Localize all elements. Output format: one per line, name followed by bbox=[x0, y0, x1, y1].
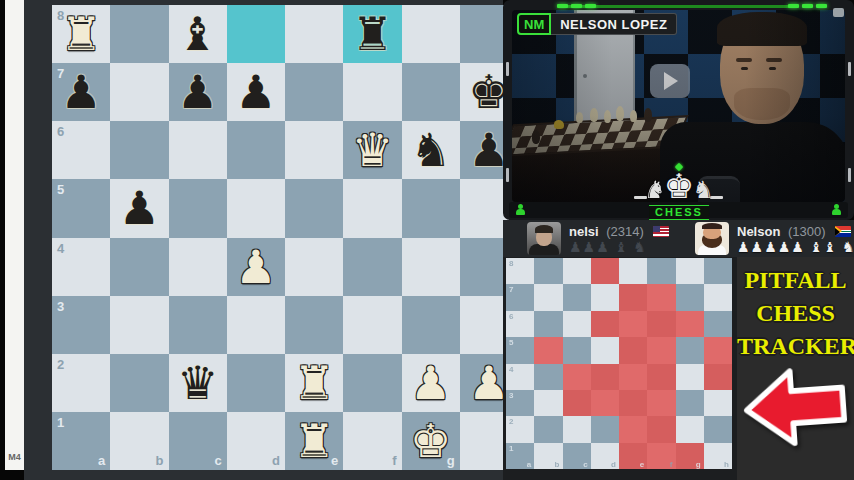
main-chess-board[interactable]: 8♜♝♜7♟♟♟♚6♛♞♟5♟4♟32♛♜♟♟1abcde♜fg♚h bbox=[52, 5, 518, 470]
black-player-row: Nelson (1300) bbox=[737, 224, 851, 239]
rank-label: 4 bbox=[509, 365, 513, 374]
captured-p-icon: ♟ bbox=[751, 239, 765, 255]
led-dash bbox=[802, 4, 813, 8]
white-q-piece-f6[interactable]: ♛ bbox=[343, 121, 401, 179]
captured-p-icon: ♟ bbox=[737, 239, 751, 255]
main-square-g7[interactable] bbox=[402, 63, 460, 121]
main-square-e2[interactable]: ♜ bbox=[285, 354, 343, 412]
main-square-b6[interactable] bbox=[110, 121, 168, 179]
file-label: h bbox=[724, 460, 729, 469]
chess-club-logo: ♞ ♞ ♚ CHESS bbox=[642, 158, 716, 220]
rank-label: 6 bbox=[509, 312, 513, 321]
black-p-piece-c7[interactable]: ♟ bbox=[169, 63, 227, 121]
captured-p-icon: ♟ bbox=[764, 239, 778, 255]
main-square-g6[interactable]: ♞ bbox=[402, 121, 460, 179]
main-square-g4[interactable] bbox=[402, 238, 460, 296]
tracker-square-f8 bbox=[647, 258, 675, 284]
left-arrow-icon bbox=[740, 359, 850, 454]
main-square-g3[interactable] bbox=[402, 296, 460, 354]
tracker-square-d1: d bbox=[591, 443, 619, 469]
frame-mark bbox=[848, 168, 851, 182]
tracker-square-e4 bbox=[619, 364, 647, 390]
captured-n-icon: ♞ bbox=[842, 239, 854, 255]
main-square-d1[interactable]: d bbox=[227, 412, 285, 470]
main-square-d2[interactable] bbox=[227, 354, 285, 412]
white-player-name[interactable]: nelsi bbox=[569, 224, 599, 239]
tracker-square-d2 bbox=[591, 416, 619, 442]
tracker-square-e8 bbox=[619, 258, 647, 284]
webcam-panel: NM NELSON LOPEZ ♞ ♞ ♚ CHESS bbox=[503, 0, 854, 220]
main-square-d3[interactable] bbox=[227, 296, 285, 354]
file-label: d bbox=[272, 453, 280, 468]
tracker-square-c6 bbox=[563, 311, 591, 337]
board-frame: 8♜♝♜7♟♟♟♚6♛♞♟5♟4♟32♛♜♟♟1abcde♜fg♚h bbox=[24, 0, 503, 480]
tracker-square-a6: 6 bbox=[506, 311, 534, 337]
avatar-hair bbox=[535, 225, 553, 233]
tracker-square-e7 bbox=[619, 284, 647, 310]
tracker-square-c7 bbox=[563, 284, 591, 310]
main-square-c6[interactable] bbox=[169, 121, 227, 179]
main-square-a3[interactable]: 3 bbox=[52, 296, 110, 354]
tracker-square-f3 bbox=[647, 390, 675, 416]
streamer-name: NELSON LOPEZ bbox=[551, 13, 677, 35]
black-player-rating: (1300) bbox=[788, 224, 826, 239]
tracker-square-f2 bbox=[647, 416, 675, 442]
caption-line-2: CHESS bbox=[737, 297, 854, 330]
frame-mark bbox=[848, 62, 851, 76]
tracker-square-f4 bbox=[647, 364, 675, 390]
tracker-square-h5 bbox=[704, 337, 732, 363]
caption-line-3: TRACKER bbox=[737, 330, 854, 363]
avatar-white-player[interactable] bbox=[527, 222, 561, 255]
black-p-piece-b5[interactable]: ♟ bbox=[110, 179, 168, 237]
main-square-f8[interactable]: ♜ bbox=[343, 5, 401, 63]
rank-label: 5 bbox=[509, 338, 513, 347]
caption-line-1: PITFALL bbox=[737, 264, 854, 297]
title-badge: NM NELSON LOPEZ bbox=[517, 13, 677, 35]
captured-b-icon: ♝ bbox=[810, 239, 824, 255]
tracker-square-c1: c bbox=[563, 443, 591, 469]
avatar-hair bbox=[702, 223, 722, 229]
pitfall-tracker-board: 87654321abcdefgh bbox=[506, 258, 732, 469]
file-label: b bbox=[156, 453, 164, 468]
tracker-square-d4 bbox=[591, 364, 619, 390]
king-icon: ♚ bbox=[642, 166, 716, 206]
led-strip bbox=[565, 5, 791, 8]
main-square-f1[interactable]: f bbox=[343, 412, 401, 470]
us-flag-icon bbox=[653, 226, 669, 237]
black-b-piece-c8[interactable]: ♝ bbox=[169, 5, 227, 63]
tracker-square-e3 bbox=[619, 390, 647, 416]
tracker-square-c8 bbox=[563, 258, 591, 284]
tracker-square-b7 bbox=[534, 284, 562, 310]
main-square-a2[interactable]: 2 bbox=[52, 354, 110, 412]
players-bar: nelsi (2314) ♟♟♟♝♞ Nelson (1300) ♟♟♟♟♟♝♝… bbox=[503, 220, 854, 257]
white-p-piece-g2[interactable]: ♟ bbox=[402, 354, 460, 412]
tracker-square-d7 bbox=[591, 284, 619, 310]
tracker-square-h6 bbox=[704, 311, 732, 337]
main-square-g8[interactable] bbox=[402, 5, 460, 63]
rank-label: 8 bbox=[509, 259, 513, 268]
rank-label: 1 bbox=[57, 415, 64, 430]
file-label: b bbox=[555, 460, 560, 469]
tracker-square-c3 bbox=[563, 390, 591, 416]
nm-title: NM bbox=[517, 13, 551, 35]
captured-p-icon: ♟ bbox=[791, 239, 805, 255]
viewer-icon bbox=[831, 204, 842, 216]
main-square-f2[interactable] bbox=[343, 354, 401, 412]
tracker-square-b4 bbox=[534, 364, 562, 390]
main-square-d4[interactable]: ♟ bbox=[227, 238, 285, 296]
tracker-square-h8 bbox=[704, 258, 732, 284]
rank-label: 3 bbox=[509, 391, 513, 400]
file-label: f bbox=[670, 460, 673, 469]
main-square-g5[interactable] bbox=[402, 179, 460, 237]
tracker-square-g1: g bbox=[676, 443, 704, 469]
tracker-square-g7 bbox=[676, 284, 704, 310]
logo-text: CHESS bbox=[649, 205, 709, 220]
file-label: a bbox=[527, 460, 531, 469]
white-player-rating: (2314) bbox=[606, 224, 644, 239]
file-label: g bbox=[696, 460, 701, 469]
main-square-c7[interactable]: ♟ bbox=[169, 63, 227, 121]
camera-icon bbox=[833, 8, 844, 17]
main-square-b3[interactable] bbox=[110, 296, 168, 354]
black-p-piece-d7[interactable]: ♟ bbox=[227, 63, 285, 121]
black-q-piece-c2[interactable]: ♛ bbox=[169, 354, 227, 412]
frame-mark bbox=[506, 168, 509, 182]
main-square-f4[interactable] bbox=[343, 238, 401, 296]
rank-label: 2 bbox=[509, 417, 513, 426]
tracker-square-a5: 5 bbox=[506, 337, 534, 363]
tracker-square-a4: 4 bbox=[506, 364, 534, 390]
avatar-black-player[interactable] bbox=[695, 222, 729, 255]
main-square-d7[interactable]: ♟ bbox=[227, 63, 285, 121]
tracker-square-h7 bbox=[704, 284, 732, 310]
captured-p-icon: ♟ bbox=[778, 239, 792, 255]
led-dash bbox=[816, 4, 827, 8]
caption-strip: PITFALL CHESS TRACKER bbox=[737, 257, 854, 480]
tracker-square-h3 bbox=[704, 390, 732, 416]
caption-text: PITFALL CHESS TRACKER bbox=[737, 257, 854, 363]
file-label: e bbox=[640, 460, 644, 469]
main-square-e1[interactable]: e♜ bbox=[285, 412, 343, 470]
main-square-d8[interactable] bbox=[227, 5, 285, 63]
tracker-square-g4 bbox=[676, 364, 704, 390]
led-dash bbox=[585, 4, 596, 8]
tracker-square-f5 bbox=[647, 337, 675, 363]
black-r-piece-f8[interactable]: ♜ bbox=[343, 5, 401, 63]
tracker-square-e5 bbox=[619, 337, 647, 363]
main-square-c4[interactable] bbox=[169, 238, 227, 296]
main-square-e6[interactable] bbox=[285, 121, 343, 179]
tracker-square-b5 bbox=[534, 337, 562, 363]
main-square-g2[interactable]: ♟ bbox=[402, 354, 460, 412]
main-square-a8[interactable]: 8♜ bbox=[52, 5, 110, 63]
tracker-square-a2: 2 bbox=[506, 416, 534, 442]
rank-label: 4 bbox=[57, 241, 64, 256]
main-square-d5[interactable] bbox=[227, 179, 285, 237]
rank-label: 6 bbox=[57, 124, 64, 139]
gem-icon bbox=[675, 163, 683, 171]
main-square-g1[interactable]: g♚ bbox=[402, 412, 460, 470]
main-square-f6[interactable]: ♛ bbox=[343, 121, 401, 179]
captured-b-icon: ♝ bbox=[615, 239, 629, 255]
rank-label: 2 bbox=[57, 357, 64, 372]
main-square-a7[interactable]: 7♟ bbox=[52, 63, 110, 121]
rank-label: 7 bbox=[509, 285, 513, 294]
main-square-b7[interactable] bbox=[110, 63, 168, 121]
main-square-c5[interactable] bbox=[169, 179, 227, 237]
main-square-c8[interactable]: ♝ bbox=[169, 5, 227, 63]
tracker-square-e1: e bbox=[619, 443, 647, 469]
main-square-a1[interactable]: 1a bbox=[52, 412, 110, 470]
viewer-icon bbox=[515, 204, 526, 216]
za-flag-icon bbox=[835, 226, 851, 237]
tracker-square-g8 bbox=[676, 258, 704, 284]
main-square-b8[interactable] bbox=[110, 5, 168, 63]
tracker-square-d5 bbox=[591, 337, 619, 363]
white-captured-tray: ♟♟♟♝♞ bbox=[569, 239, 647, 255]
main-square-c1[interactable]: c bbox=[169, 412, 227, 470]
main-square-f7[interactable] bbox=[343, 63, 401, 121]
tracker-square-f1: f bbox=[647, 443, 675, 469]
file-label: d bbox=[611, 460, 616, 469]
main-square-f5[interactable] bbox=[343, 179, 401, 237]
file-label: a bbox=[98, 453, 105, 468]
main-square-b2[interactable] bbox=[110, 354, 168, 412]
captured-b-icon: ♝ bbox=[823, 239, 837, 255]
tracker-square-b3 bbox=[534, 390, 562, 416]
captured-p-icon: ♟ bbox=[596, 239, 610, 255]
rank-label: 1 bbox=[509, 444, 513, 453]
tracker-square-d8 bbox=[591, 258, 619, 284]
main-square-c3[interactable] bbox=[169, 296, 227, 354]
white-player-row: nelsi (2314) bbox=[569, 224, 669, 239]
tracker-square-b8 bbox=[534, 258, 562, 284]
frame-mark bbox=[506, 62, 509, 76]
tracker-square-d3 bbox=[591, 390, 619, 416]
led-dash bbox=[788, 4, 799, 8]
stream-frame: M4 8♜♝♜7♟♟♟♚6♛♞♟5♟4♟32♛♜♟♟1abcde♜fg♚h bbox=[0, 0, 854, 480]
tracker-square-b1: b bbox=[534, 443, 562, 469]
led-dash bbox=[571, 4, 582, 8]
captured-p-icon: ♟ bbox=[569, 239, 583, 255]
tracker-square-f7 bbox=[647, 284, 675, 310]
rank-label: 3 bbox=[57, 299, 64, 314]
white-r-piece-a8[interactable]: ♜ bbox=[52, 5, 110, 63]
tracker-square-a1: 1a bbox=[506, 443, 534, 469]
main-square-b5[interactable]: ♟ bbox=[110, 179, 168, 237]
tracker-square-g6 bbox=[676, 311, 704, 337]
main-square-a4[interactable]: 4 bbox=[52, 238, 110, 296]
main-square-a6[interactable]: 6 bbox=[52, 121, 110, 179]
white-p-piece-d4[interactable]: ♟ bbox=[227, 238, 285, 296]
main-square-e8[interactable] bbox=[285, 5, 343, 63]
black-p-piece-a7[interactable]: ♟ bbox=[52, 63, 110, 121]
main-square-e4[interactable] bbox=[285, 238, 343, 296]
move-list-label: M4 bbox=[5, 452, 24, 462]
tracker-square-a7: 7 bbox=[506, 284, 534, 310]
tracker-square-a8: 8 bbox=[506, 258, 534, 284]
tracker-square-g2 bbox=[676, 416, 704, 442]
white-k-piece-g1[interactable]: ♚ bbox=[402, 412, 460, 470]
tracker-square-h4 bbox=[704, 364, 732, 390]
tracker-square-b2 bbox=[534, 416, 562, 442]
file-label: c bbox=[583, 460, 587, 469]
white-r-piece-e2[interactable]: ♜ bbox=[285, 354, 343, 412]
captured-n-icon: ♞ bbox=[633, 239, 647, 255]
move-list-strip: M4 bbox=[5, 0, 24, 470]
tracker-square-c4 bbox=[563, 364, 591, 390]
black-n-piece-g6[interactable]: ♞ bbox=[402, 121, 460, 179]
tracker-square-h1: h bbox=[704, 443, 732, 469]
tracker-square-b6 bbox=[534, 311, 562, 337]
main-square-e3[interactable] bbox=[285, 296, 343, 354]
tracker-square-g3 bbox=[676, 390, 704, 416]
black-captured-tray: ♟♟♟♟♟♝♝♞♞+8 bbox=[737, 239, 854, 255]
tracker-square-c5 bbox=[563, 337, 591, 363]
main-square-b1[interactable]: b bbox=[110, 412, 168, 470]
file-label: c bbox=[215, 453, 222, 468]
tracker-square-g5 bbox=[676, 337, 704, 363]
led-dash bbox=[557, 4, 568, 8]
main-square-e5[interactable] bbox=[285, 179, 343, 237]
tracker-square-a3: 3 bbox=[506, 390, 534, 416]
main-square-f3[interactable] bbox=[343, 296, 401, 354]
main-square-c2[interactable]: ♛ bbox=[169, 354, 227, 412]
file-label: f bbox=[392, 453, 396, 468]
tracker-square-f6 bbox=[647, 311, 675, 337]
rank-label: 5 bbox=[57, 182, 64, 197]
white-r-piece-e1[interactable]: ♜ bbox=[285, 412, 343, 470]
black-player-name[interactable]: Nelson bbox=[737, 224, 780, 239]
tracker-square-d6 bbox=[591, 311, 619, 337]
tracker-square-h2 bbox=[704, 416, 732, 442]
tracker-square-e6 bbox=[619, 311, 647, 337]
main-square-d6[interactable] bbox=[227, 121, 285, 179]
main-square-e7[interactable] bbox=[285, 63, 343, 121]
main-square-a5[interactable]: 5 bbox=[52, 179, 110, 237]
main-square-b4[interactable] bbox=[110, 238, 168, 296]
captured-p-icon: ♟ bbox=[583, 239, 597, 255]
tracker-square-c2 bbox=[563, 416, 591, 442]
tracker-square-e2 bbox=[619, 416, 647, 442]
